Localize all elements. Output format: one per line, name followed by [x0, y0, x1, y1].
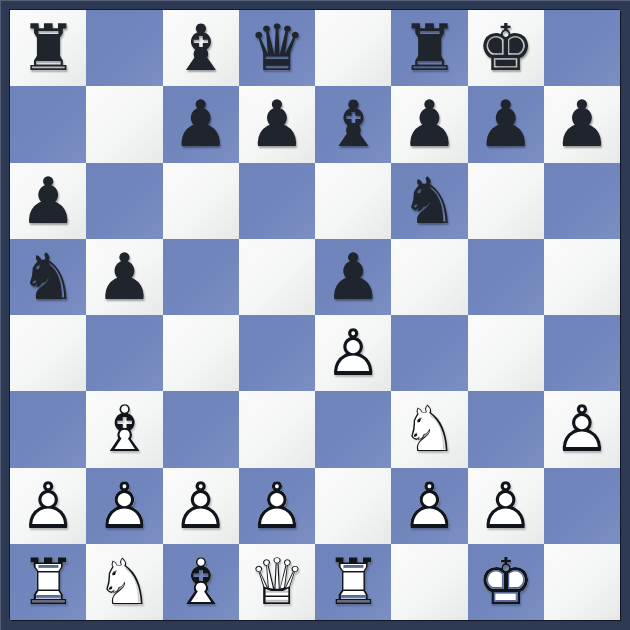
square-c8[interactable]: ♝ — [163, 10, 239, 86]
square-a4[interactable] — [10, 315, 86, 391]
square-h8[interactable] — [544, 10, 620, 86]
square-h3[interactable]: ♟♙ — [544, 391, 620, 467]
black-piece-fill-glyph: ♟ — [544, 86, 620, 162]
square-g8[interactable]: ♚ — [468, 10, 544, 86]
square-a5[interactable]: ♞ — [10, 239, 86, 315]
piece-black-pawn[interactable]: ♟ — [239, 86, 315, 162]
square-c6[interactable] — [163, 163, 239, 239]
square-e5[interactable]: ♟ — [315, 239, 391, 315]
piece-white-rook[interactable]: ♜♖ — [315, 544, 391, 620]
square-b6[interactable] — [86, 163, 162, 239]
square-f1[interactable] — [391, 544, 467, 620]
square-d7[interactable]: ♟ — [239, 86, 315, 162]
white-piece-outline-glyph: ♔ — [468, 544, 544, 620]
board-frame: ♜♝♛♜♚♟♟♝♟♟♟♟♞♞♟♟♟♙♝♗♞♘♟♙♟♙♟♙♟♙♟♙♟♙♟♙♜♖♞♘… — [0, 0, 630, 630]
piece-white-pawn[interactable]: ♟♙ — [544, 391, 620, 467]
white-piece-outline-glyph: ♙ — [10, 468, 86, 544]
square-b1[interactable]: ♞♘ — [86, 544, 162, 620]
square-f3[interactable]: ♞♘ — [391, 391, 467, 467]
piece-white-pawn[interactable]: ♟♙ — [163, 468, 239, 544]
piece-black-pawn[interactable]: ♟ — [468, 86, 544, 162]
black-piece-fill-glyph: ♝ — [315, 86, 391, 162]
square-f5[interactable] — [391, 239, 467, 315]
square-c4[interactable] — [163, 315, 239, 391]
square-c5[interactable] — [163, 239, 239, 315]
square-d6[interactable] — [239, 163, 315, 239]
piece-white-pawn[interactable]: ♟♙ — [239, 468, 315, 544]
piece-black-king[interactable]: ♚ — [468, 10, 544, 86]
black-piece-fill-glyph: ♛ — [239, 10, 315, 86]
black-piece-fill-glyph: ♟ — [239, 86, 315, 162]
square-g1[interactable]: ♚♔ — [468, 544, 544, 620]
piece-white-pawn[interactable]: ♟♙ — [315, 315, 391, 391]
piece-white-rook[interactable]: ♜♖ — [10, 544, 86, 620]
piece-white-pawn[interactable]: ♟♙ — [10, 468, 86, 544]
piece-white-king[interactable]: ♚♔ — [468, 544, 544, 620]
piece-white-knight[interactable]: ♞♘ — [391, 391, 467, 467]
square-d8[interactable]: ♛ — [239, 10, 315, 86]
square-g5[interactable] — [468, 239, 544, 315]
white-piece-outline-glyph: ♗ — [86, 391, 162, 467]
black-piece-fill-glyph: ♞ — [10, 239, 86, 315]
black-piece-fill-glyph: ♟ — [163, 86, 239, 162]
white-piece-outline-glyph: ♘ — [391, 391, 467, 467]
square-h1[interactable] — [544, 544, 620, 620]
white-piece-outline-glyph: ♙ — [468, 468, 544, 544]
white-piece-outline-glyph: ♗ — [163, 544, 239, 620]
black-piece-fill-glyph: ♜ — [10, 10, 86, 86]
white-piece-outline-glyph: ♙ — [544, 391, 620, 467]
piece-black-knight[interactable]: ♞ — [10, 239, 86, 315]
square-d4[interactable] — [239, 315, 315, 391]
black-piece-fill-glyph: ♚ — [468, 10, 544, 86]
black-piece-fill-glyph: ♟ — [10, 163, 86, 239]
square-a7[interactable] — [10, 86, 86, 162]
square-h6[interactable] — [544, 163, 620, 239]
square-e2[interactable] — [315, 468, 391, 544]
piece-white-queen[interactable]: ♛♕ — [239, 544, 315, 620]
piece-white-pawn[interactable]: ♟♙ — [86, 468, 162, 544]
square-c2[interactable]: ♟♙ — [163, 468, 239, 544]
white-piece-outline-glyph: ♙ — [315, 315, 391, 391]
square-h4[interactable] — [544, 315, 620, 391]
square-g4[interactable] — [468, 315, 544, 391]
square-e6[interactable] — [315, 163, 391, 239]
square-a3[interactable] — [10, 391, 86, 467]
square-b2[interactable]: ♟♙ — [86, 468, 162, 544]
piece-white-pawn[interactable]: ♟♙ — [468, 468, 544, 544]
piece-black-pawn[interactable]: ♟ — [86, 239, 162, 315]
piece-black-bishop[interactable]: ♝ — [163, 10, 239, 86]
white-piece-outline-glyph: ♕ — [239, 544, 315, 620]
square-g7[interactable]: ♟ — [468, 86, 544, 162]
white-piece-outline-glyph: ♙ — [239, 468, 315, 544]
square-d3[interactable] — [239, 391, 315, 467]
square-b5[interactable]: ♟ — [86, 239, 162, 315]
square-f6[interactable]: ♞ — [391, 163, 467, 239]
black-piece-fill-glyph: ♟ — [86, 239, 162, 315]
piece-white-knight[interactable]: ♞♘ — [86, 544, 162, 620]
square-e3[interactable] — [315, 391, 391, 467]
square-e4[interactable]: ♟♙ — [315, 315, 391, 391]
piece-white-bishop[interactable]: ♝♗ — [163, 544, 239, 620]
square-b3[interactable]: ♝♗ — [86, 391, 162, 467]
square-g2[interactable]: ♟♙ — [468, 468, 544, 544]
square-h2[interactable] — [544, 468, 620, 544]
piece-black-rook[interactable]: ♜ — [10, 10, 86, 86]
square-d1[interactable]: ♛♕ — [239, 544, 315, 620]
square-c3[interactable] — [163, 391, 239, 467]
square-f7[interactable]: ♟ — [391, 86, 467, 162]
black-piece-fill-glyph: ♝ — [163, 10, 239, 86]
piece-black-pawn[interactable]: ♟ — [315, 239, 391, 315]
white-piece-outline-glyph: ♖ — [10, 544, 86, 620]
square-h5[interactable] — [544, 239, 620, 315]
square-g6[interactable] — [468, 163, 544, 239]
piece-black-pawn[interactable]: ♟ — [10, 163, 86, 239]
square-e7[interactable]: ♝ — [315, 86, 391, 162]
white-piece-outline-glyph: ♖ — [315, 544, 391, 620]
square-d2[interactable]: ♟♙ — [239, 468, 315, 544]
square-f4[interactable] — [391, 315, 467, 391]
square-a2[interactable]: ♟♙ — [10, 468, 86, 544]
black-piece-fill-glyph: ♜ — [391, 10, 467, 86]
square-a6[interactable]: ♟ — [10, 163, 86, 239]
piece-black-rook[interactable]: ♜ — [391, 10, 467, 86]
square-a1[interactable]: ♜♖ — [10, 544, 86, 620]
black-piece-fill-glyph: ♞ — [391, 163, 467, 239]
square-c7[interactable]: ♟ — [163, 86, 239, 162]
piece-black-knight[interactable]: ♞ — [391, 163, 467, 239]
white-piece-outline-glyph: ♙ — [163, 468, 239, 544]
white-piece-outline-glyph: ♘ — [86, 544, 162, 620]
square-b8[interactable] — [86, 10, 162, 86]
black-piece-fill-glyph: ♟ — [468, 86, 544, 162]
square-e8[interactable] — [315, 10, 391, 86]
piece-black-pawn[interactable]: ♟ — [163, 86, 239, 162]
piece-black-pawn[interactable]: ♟ — [391, 86, 467, 162]
square-e1[interactable]: ♜♖ — [315, 544, 391, 620]
square-f2[interactable]: ♟♙ — [391, 468, 467, 544]
square-b4[interactable] — [86, 315, 162, 391]
piece-black-queen[interactable]: ♛ — [239, 10, 315, 86]
square-h7[interactable]: ♟ — [544, 86, 620, 162]
piece-black-pawn[interactable]: ♟ — [544, 86, 620, 162]
square-b7[interactable] — [86, 86, 162, 162]
square-f8[interactable]: ♜ — [391, 10, 467, 86]
piece-white-pawn[interactable]: ♟♙ — [391, 468, 467, 544]
black-piece-fill-glyph: ♟ — [315, 239, 391, 315]
piece-black-bishop[interactable]: ♝ — [315, 86, 391, 162]
piece-white-bishop[interactable]: ♝♗ — [86, 391, 162, 467]
white-piece-outline-glyph: ♙ — [86, 468, 162, 544]
square-a8[interactable]: ♜ — [10, 10, 86, 86]
square-g3[interactable] — [468, 391, 544, 467]
square-d5[interactable] — [239, 239, 315, 315]
chess-board: ♜♝♛♜♚♟♟♝♟♟♟♟♞♞♟♟♟♙♝♗♞♘♟♙♟♙♟♙♟♙♟♙♟♙♟♙♜♖♞♘… — [10, 10, 620, 620]
white-piece-outline-glyph: ♙ — [391, 468, 467, 544]
square-c1[interactable]: ♝♗ — [163, 544, 239, 620]
black-piece-fill-glyph: ♟ — [391, 86, 467, 162]
